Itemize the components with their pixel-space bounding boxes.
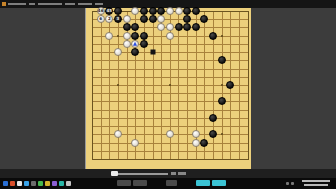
white-stone: 6 <box>97 15 105 23</box>
black-stone <box>131 32 139 40</box>
white-stone <box>166 130 174 138</box>
black-stone <box>209 32 217 40</box>
square-marker <box>150 50 155 55</box>
titlebar-text-blob <box>8 3 26 5</box>
taskbar-button-active[interactable] <box>212 180 226 186</box>
white-stone: 2 <box>105 15 113 23</box>
desktop-screen: 4645623 <box>0 0 336 189</box>
taskbar-button-active[interactable] <box>196 180 210 186</box>
date-text <box>304 184 328 186</box>
black-stone <box>226 81 234 89</box>
black-stone <box>131 48 139 56</box>
go-board-panel: 4645623 <box>85 8 251 169</box>
black-stone <box>157 7 165 15</box>
star-point <box>117 35 119 37</box>
white-stone <box>105 32 113 40</box>
white-stone <box>123 15 131 23</box>
black-stone <box>140 40 148 48</box>
app-footer-bar <box>0 169 336 178</box>
footer-counter-blob <box>178 172 186 175</box>
taskbar-icon[interactable] <box>45 181 50 186</box>
move-number: 6 <box>99 17 102 21</box>
white-stone <box>123 32 131 40</box>
black-stone <box>209 130 217 138</box>
taskbar-button[interactable] <box>117 180 131 186</box>
black-stone <box>149 7 157 15</box>
white-stone <box>166 23 174 31</box>
taskbar-icon[interactable] <box>3 181 8 186</box>
black-stone <box>183 7 191 15</box>
star-point <box>221 133 223 135</box>
black-stone: 3 <box>114 15 122 23</box>
white-stone <box>192 139 200 147</box>
white-stone: 46 <box>97 7 105 15</box>
titlebar-text-blob <box>65 3 75 5</box>
goban[interactable]: 4645623 <box>92 11 250 161</box>
black-stone <box>218 97 226 105</box>
last-move-triangle-marker <box>133 42 137 46</box>
black-stone <box>200 139 208 147</box>
white-stone <box>123 40 131 48</box>
footer-counter-blob <box>171 172 176 175</box>
taskbar-icon[interactable] <box>31 181 36 186</box>
move-number: 2 <box>108 17 111 21</box>
move-slider[interactable] <box>114 173 168 175</box>
white-stone <box>175 7 183 15</box>
black-stone <box>192 7 200 15</box>
black-stone <box>149 15 157 23</box>
black-stone <box>200 15 208 23</box>
white-stone <box>114 130 122 138</box>
taskbar-icon[interactable] <box>17 181 22 186</box>
taskbar-icon[interactable] <box>59 181 64 186</box>
tray-icon[interactable] <box>286 182 289 185</box>
black-stone <box>140 15 148 23</box>
black-stone <box>140 7 148 15</box>
white-stone <box>192 130 200 138</box>
black-stone <box>175 23 183 31</box>
white-stone <box>131 139 139 147</box>
white-stone <box>157 23 165 31</box>
white-stone <box>166 7 174 15</box>
black-stone <box>140 32 148 40</box>
white-stone <box>157 15 165 23</box>
white-stone <box>166 32 174 40</box>
move-number: 3 <box>117 17 120 21</box>
black-stone: 45 <box>105 7 113 15</box>
black-stone <box>131 23 139 31</box>
taskbar-icon[interactable] <box>66 181 71 186</box>
taskbar-icon[interactable] <box>10 181 15 186</box>
taskbar-button[interactable] <box>133 180 147 186</box>
taskbar-icon[interactable] <box>24 181 29 186</box>
taskbar-icon[interactable] <box>38 181 43 186</box>
clock-text <box>302 180 330 182</box>
app-icon <box>2 2 6 6</box>
black-stone <box>192 23 200 31</box>
move-number: 45 <box>107 9 113 13</box>
taskbar-button[interactable] <box>166 180 177 186</box>
black-stone <box>123 23 131 31</box>
titlebar-text-blob <box>38 3 62 5</box>
star-point <box>169 84 171 86</box>
black-stone <box>183 23 191 31</box>
black-stone <box>209 114 217 122</box>
star-point <box>117 84 119 86</box>
tray-icon[interactable] <box>291 182 294 185</box>
slider-thumb[interactable] <box>111 171 118 176</box>
star-point <box>221 84 223 86</box>
taskbar-icon[interactable] <box>52 181 57 186</box>
star-point <box>221 35 223 37</box>
titlebar-text-blob <box>29 3 35 5</box>
white-stone <box>114 48 122 56</box>
black-stone <box>114 7 122 15</box>
titlebar-text-blob <box>95 3 103 5</box>
taskbar <box>0 178 336 189</box>
titlebar-text-blob <box>78 3 92 5</box>
black-stone <box>218 56 226 64</box>
white-stone <box>131 7 139 15</box>
black-stone <box>183 15 191 23</box>
move-number: 46 <box>98 9 104 13</box>
